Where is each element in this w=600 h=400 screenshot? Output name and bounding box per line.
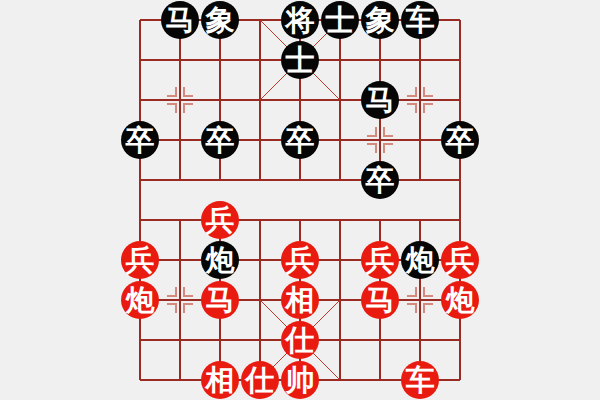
black-soldier[interactable]: 卒 <box>281 121 319 159</box>
black-advisor[interactable]: 士 <box>281 41 319 79</box>
black-horse[interactable]: 马 <box>361 81 399 119</box>
black-cannon[interactable]: 炮 <box>201 241 239 279</box>
black-chariot[interactable]: 车 <box>401 1 439 39</box>
black-soldier[interactable]: 卒 <box>441 121 479 159</box>
red-general[interactable]: 帅 <box>281 361 319 399</box>
red-soldier[interactable]: 兵 <box>441 241 479 279</box>
red-cannon[interactable]: 炮 <box>121 281 159 319</box>
red-horse[interactable]: 马 <box>201 281 239 319</box>
red-advisor[interactable]: 仕 <box>281 321 319 359</box>
app-background: 马象将士象车士马卒卒卒卒卒兵兵炮兵兵炮兵炮马相马炮仕相仕帅车 <box>0 0 600 400</box>
black-soldier[interactable]: 卒 <box>121 121 159 159</box>
red-soldier[interactable]: 兵 <box>201 201 239 239</box>
black-soldier[interactable]: 卒 <box>201 121 239 159</box>
black-soldier[interactable]: 卒 <box>361 161 399 199</box>
red-chariot[interactable]: 车 <box>401 361 439 399</box>
red-soldier[interactable]: 兵 <box>281 241 319 279</box>
pieces-layer: 马象将士象车士马卒卒卒卒卒兵兵炮兵兵炮兵炮马相马炮仕相仕帅车 <box>0 0 600 400</box>
black-elephant[interactable]: 象 <box>361 1 399 39</box>
red-soldier[interactable]: 兵 <box>121 241 159 279</box>
red-elephant[interactable]: 相 <box>201 361 239 399</box>
black-general[interactable]: 将 <box>281 1 319 39</box>
black-cannon[interactable]: 炮 <box>401 241 439 279</box>
red-elephant[interactable]: 相 <box>281 281 319 319</box>
black-horse[interactable]: 马 <box>161 1 199 39</box>
black-elephant[interactable]: 象 <box>201 1 239 39</box>
red-soldier[interactable]: 兵 <box>361 241 399 279</box>
red-horse[interactable]: 马 <box>361 281 399 319</box>
red-cannon[interactable]: 炮 <box>441 281 479 319</box>
red-advisor[interactable]: 仕 <box>241 361 279 399</box>
black-advisor[interactable]: 士 <box>321 1 359 39</box>
